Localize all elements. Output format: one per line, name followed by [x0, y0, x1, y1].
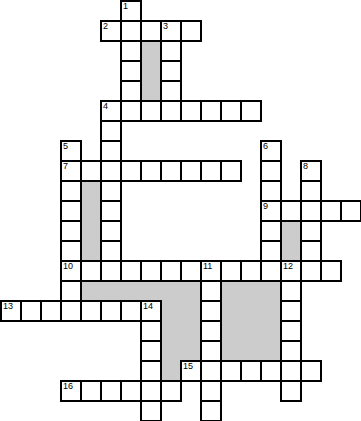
clue-number: 3 — [163, 21, 168, 31]
crossword-cell-r1-c7[interactable] — [140, 20, 162, 42]
crossword-cell-r8-c13[interactable] — [260, 160, 282, 182]
crossword-cell-r5-c7[interactable] — [140, 100, 162, 122]
crossword-cell-r15-c1[interactable] — [20, 300, 42, 322]
crossword-cell-r13-c14[interactable]: 12 — [280, 260, 302, 282]
crossword-cell-r15-c2[interactable] — [40, 300, 62, 322]
crossword-cell-r13-c16[interactable] — [320, 260, 342, 282]
shaded-block — [180, 300, 202, 322]
crossword-cell-r15-c10[interactable] — [200, 300, 222, 322]
crossword-cell-r12-c3[interactable] — [60, 240, 82, 262]
crossword-cell-r13-c12[interactable] — [240, 260, 262, 282]
clue-number: 15 — [183, 361, 193, 371]
crossword-cell-r19-c14[interactable] — [280, 380, 302, 402]
crossword-cell-r5-c11[interactable] — [220, 100, 242, 122]
clue-number: 1 — [123, 1, 128, 11]
shaded-block — [240, 340, 262, 362]
shaded-block — [160, 300, 182, 322]
crossword-cell-r14-c14[interactable] — [280, 280, 302, 302]
crossword-cell-r10-c17[interactable] — [340, 200, 361, 222]
crossword-cell-r12-c13[interactable] — [260, 240, 282, 262]
crossword-cell-r11-c15[interactable] — [300, 220, 322, 242]
crossword-cell-r14-c3[interactable] — [60, 280, 82, 302]
shaded-block — [140, 60, 162, 82]
clue-number: 5 — [63, 141, 68, 151]
shaded-block — [220, 320, 242, 342]
crossword-cell-r13-c13[interactable] — [260, 260, 282, 282]
crossword-cell-r15-c0[interactable]: 13 — [0, 300, 22, 322]
crossword-cell-r11-c5[interactable] — [100, 220, 122, 242]
crossword-cell-r8-c9[interactable] — [180, 160, 202, 182]
crossword-cell-r7-c5[interactable] — [100, 140, 122, 162]
crossword-cell-r13-c8[interactable] — [160, 260, 182, 282]
crossword-cell-r10-c13[interactable]: 9 — [260, 200, 282, 222]
crossword-cell-r6-c5[interactable] — [100, 120, 122, 142]
crossword-cell-r17-c14[interactable] — [280, 340, 302, 362]
clue-number: 16 — [63, 381, 73, 391]
shaded-block — [160, 280, 182, 302]
crossword-cell-r18-c11[interactable] — [220, 360, 242, 382]
crossword-cell-r13-c11[interactable] — [220, 260, 242, 282]
crossword-cell-r9-c13[interactable] — [260, 180, 282, 202]
crossword-cell-r8-c6[interactable] — [120, 160, 142, 182]
shaded-block — [260, 300, 282, 322]
crossword-cell-r13-c9[interactable] — [180, 260, 202, 282]
shaded-block — [80, 240, 102, 262]
crossword-cell-r5-c6[interactable] — [120, 100, 142, 122]
crossword-cell-r16-c10[interactable] — [200, 320, 222, 342]
crossword-cell-r15-c4[interactable] — [80, 300, 102, 322]
crossword-cell-r18-c9[interactable]: 15 — [180, 360, 202, 382]
crossword-cell-r19-c4[interactable] — [80, 380, 102, 402]
clue-number: 6 — [263, 141, 268, 151]
shaded-block — [240, 300, 262, 322]
shaded-block — [160, 320, 182, 342]
crossword-cell-r3-c8[interactable] — [160, 60, 182, 82]
clue-number: 8 — [303, 161, 308, 171]
shaded-block — [80, 200, 102, 222]
crossword-cell-r19-c7[interactable] — [140, 380, 162, 402]
crossword-cell-r17-c10[interactable] — [200, 340, 222, 362]
crossword-cell-r8-c5[interactable] — [100, 160, 122, 182]
shaded-block — [180, 340, 202, 362]
shaded-block — [160, 340, 182, 362]
crossword-cell-r1-c9[interactable] — [180, 20, 202, 42]
shaded-block — [120, 280, 142, 302]
crossword-cell-r15-c7[interactable]: 14 — [140, 300, 162, 322]
crossword-cell-r15-c6[interactable] — [120, 300, 142, 322]
crossword-cell-r12-c15[interactable] — [300, 240, 322, 262]
crossword-cell-r5-c8[interactable] — [160, 100, 182, 122]
shaded-block — [180, 280, 202, 302]
crossword-cell-r2-c8[interactable] — [160, 40, 182, 62]
crossword-cell-r19-c3[interactable]: 16 — [60, 380, 82, 402]
crossword-cell-r4-c8[interactable] — [160, 80, 182, 102]
crossword-cell-r8-c3[interactable]: 7 — [60, 160, 82, 182]
shaded-block — [180, 320, 202, 342]
shaded-block — [260, 280, 282, 302]
crossword-cell-r10-c3[interactable] — [60, 200, 82, 222]
crossword-cell-r15-c14[interactable] — [280, 300, 302, 322]
crossword-cell-r4-c6[interactable] — [120, 80, 142, 102]
crossword-cell-r14-c10[interactable] — [200, 280, 222, 302]
clue-number: 12 — [283, 261, 293, 271]
shaded-block — [80, 180, 102, 202]
crossword-cell-r1-c6[interactable] — [120, 20, 142, 42]
clue-number: 7 — [63, 161, 68, 171]
crossword-cell-r19-c10[interactable] — [200, 380, 222, 402]
clue-number: 10 — [63, 261, 73, 271]
crossword-cell-r1-c5[interactable]: 2 — [100, 20, 122, 42]
crossword-cell-r7-c3[interactable]: 5 — [60, 140, 82, 162]
clue-number: 13 — [3, 301, 13, 311]
shaded-block — [240, 280, 262, 302]
crossword-cell-r13-c5[interactable] — [100, 260, 122, 282]
crossword-cell-r8-c4[interactable] — [80, 160, 102, 182]
crossword-cell-r17-c7[interactable] — [140, 340, 162, 362]
shaded-block — [140, 280, 162, 302]
crossword-cell-r5-c5[interactable]: 4 — [100, 100, 122, 122]
shaded-block — [280, 220, 302, 242]
crossword-cell-r20-c7[interactable] — [140, 400, 162, 421]
crossword-cell-r10-c15[interactable] — [300, 200, 322, 222]
shaded-block — [240, 320, 262, 342]
crossword-cell-r13-c4[interactable] — [80, 260, 102, 282]
crossword-cell-r19-c6[interactable] — [120, 380, 142, 402]
crossword-cell-r13-c3[interactable]: 10 — [60, 260, 82, 282]
crossword-cell-r3-c6[interactable] — [120, 60, 142, 82]
shaded-block — [140, 80, 162, 102]
crossword-cell-r11-c13[interactable] — [260, 220, 282, 242]
shaded-block — [220, 340, 242, 362]
crossword-cell-r16-c7[interactable] — [140, 320, 162, 342]
crossword-cell-r7-c13[interactable]: 6 — [260, 140, 282, 162]
crossword-cell-r5-c9[interactable] — [180, 100, 202, 122]
crossword-cell-r9-c3[interactable] — [60, 180, 82, 202]
crossword-cell-r2-c6[interactable] — [120, 40, 142, 62]
crossword-cell-r13-c15[interactable] — [300, 260, 322, 282]
crossword-cell-r18-c13[interactable] — [260, 360, 282, 382]
crossword-cell-r10-c5[interactable] — [100, 200, 122, 222]
crossword-cell-r8-c10[interactable] — [200, 160, 222, 182]
crossword-cell-r9-c15[interactable] — [300, 180, 322, 202]
crossword-cell-r13-c7[interactable] — [140, 260, 162, 282]
clue-number: 4 — [103, 101, 108, 111]
crossword-cell-r18-c14[interactable] — [280, 360, 302, 382]
crossword-cell-r20-c10[interactable] — [200, 400, 222, 421]
crossword-cell-r13-c10[interactable]: 11 — [200, 260, 222, 282]
clue-number: 9 — [263, 201, 268, 211]
crossword-cell-r5-c12[interactable] — [240, 100, 262, 122]
shaded-block — [80, 220, 102, 242]
crossword-cell-r10-c16[interactable] — [320, 200, 342, 222]
crossword-cell-r8-c8[interactable] — [160, 160, 182, 182]
shaded-block — [80, 280, 102, 302]
shaded-block — [220, 300, 242, 322]
crossword-cell-r18-c10[interactable] — [200, 360, 222, 382]
shaded-block — [260, 340, 282, 362]
crossword-cell-r15-c3[interactable] — [60, 300, 82, 322]
crossword-cell-r10-c14[interactable] — [280, 200, 302, 222]
crossword-cell-r5-c10[interactable] — [200, 100, 222, 122]
shaded-block — [220, 280, 242, 302]
crossword-cell-r0-c6[interactable]: 1 — [120, 0, 142, 22]
crossword-cell-r8-c15[interactable]: 8 — [300, 160, 322, 182]
crossword-cell-r18-c7[interactable] — [140, 360, 162, 382]
crossword-cell-r12-c5[interactable] — [100, 240, 122, 262]
shaded-block — [260, 320, 282, 342]
crossword-cell-r1-c8[interactable]: 3 — [160, 20, 182, 42]
crossword-board: 12345678910111213141516 — [0, 0, 361, 421]
crossword-cell-r13-c6[interactable] — [120, 260, 142, 282]
crossword-cell-r8-c7[interactable] — [140, 160, 162, 182]
crossword-cell-r19-c5[interactable] — [100, 380, 122, 402]
shaded-block — [160, 360, 182, 382]
clue-number: 14 — [143, 301, 153, 311]
crossword-cell-r19-c8[interactable] — [160, 380, 182, 402]
crossword-cell-r18-c12[interactable] — [240, 360, 262, 382]
shaded-block — [280, 240, 302, 262]
clue-number: 2 — [103, 21, 108, 31]
crossword-cell-r16-c14[interactable] — [280, 320, 302, 342]
crossword-cell-r15-c5[interactable] — [100, 300, 122, 322]
clue-number: 11 — [203, 261, 212, 271]
shaded-block — [100, 280, 122, 302]
crossword-cell-r11-c3[interactable] — [60, 220, 82, 242]
crossword-cell-r8-c11[interactable] — [220, 160, 242, 182]
crossword-cell-r18-c15[interactable] — [300, 360, 322, 382]
crossword-cell-r9-c5[interactable] — [100, 180, 122, 202]
shaded-block — [140, 40, 162, 62]
